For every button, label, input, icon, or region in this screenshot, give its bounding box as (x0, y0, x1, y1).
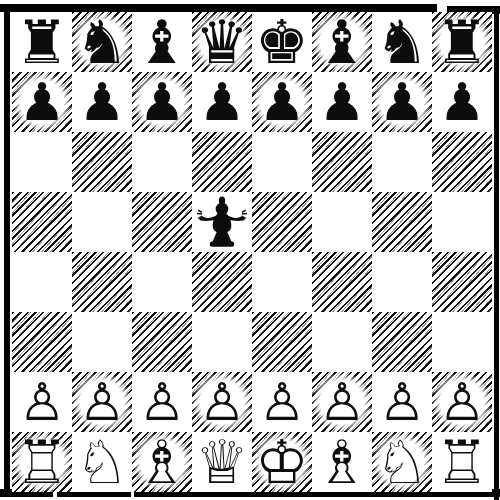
square-f3[interactable] (312, 312, 372, 372)
square-c3[interactable] (132, 312, 192, 372)
square-e1[interactable]: ♔ (252, 432, 312, 492)
square-h5[interactable] (432, 192, 492, 252)
black-knight: ♞ (72, 12, 132, 72)
white-king: ♔ (252, 432, 312, 492)
black-rook: ♜ (12, 12, 72, 72)
square-b8[interactable]: ♞ (72, 12, 132, 72)
black-bishop: ♝ (132, 12, 192, 72)
frame-left-bar (4, 6, 10, 490)
square-b1[interactable]: ♘ (72, 432, 132, 492)
square-g5[interactable] (372, 192, 432, 252)
square-a2[interactable]: ♙ (12, 372, 72, 432)
chess-board: ♜♞♝♛♚♝♞♜♟♟♟♟♟♟♟♟♙♙♙♙♙♙♙♙♖♘♗♕♔♗♘♖ (12, 12, 492, 492)
square-f8[interactable]: ♝ (312, 12, 372, 72)
pawn-with-arms-icon (194, 194, 250, 250)
white-pawn: ♙ (432, 372, 492, 432)
square-b4[interactable] (72, 252, 132, 312)
square-a1[interactable]: ♖ (12, 432, 72, 492)
square-f7[interactable]: ♟ (312, 72, 372, 132)
square-b7[interactable]: ♟ (72, 72, 132, 132)
square-a6[interactable] (12, 132, 72, 192)
white-knight: ♘ (372, 432, 432, 492)
square-c4[interactable] (132, 252, 192, 312)
white-queen: ♕ (192, 432, 252, 492)
square-h6[interactable] (432, 132, 492, 192)
square-h7[interactable]: ♟ (432, 72, 492, 132)
square-d4[interactable] (192, 252, 252, 312)
square-g2[interactable]: ♙ (372, 372, 432, 432)
square-a3[interactable] (12, 312, 72, 372)
black-pawn: ♟ (72, 72, 132, 132)
square-b2[interactable]: ♙ (72, 372, 132, 432)
square-f5[interactable] (312, 192, 372, 252)
black-pawn: ♟ (252, 72, 312, 132)
square-d1[interactable]: ♕ (192, 432, 252, 492)
white-pawn: ♙ (312, 372, 372, 432)
white-pawn: ♙ (192, 372, 252, 432)
square-f1[interactable]: ♗ (312, 432, 372, 492)
square-c5[interactable] (132, 192, 192, 252)
square-c1[interactable]: ♗ (132, 432, 192, 492)
square-a7[interactable]: ♟ (12, 72, 72, 132)
square-g3[interactable] (372, 312, 432, 372)
hand-drawn-chess-diagram: ♜♞♝♛♚♝♞♜♟♟♟♟♟♟♟♟♙♙♙♙♙♙♙♙♖♘♗♕♔♗♘♖ (0, 0, 500, 500)
square-b5[interactable] (72, 192, 132, 252)
black-pawn-figure (192, 192, 252, 252)
square-d7[interactable]: ♟ (192, 72, 252, 132)
square-c7[interactable]: ♟ (132, 72, 192, 132)
square-a8[interactable]: ♜ (12, 12, 72, 72)
square-h4[interactable] (432, 252, 492, 312)
black-pawn: ♟ (312, 72, 372, 132)
square-e6[interactable] (252, 132, 312, 192)
white-rook: ♖ (432, 432, 492, 492)
white-pawn: ♙ (372, 372, 432, 432)
square-b3[interactable] (72, 312, 132, 372)
square-h2[interactable]: ♙ (432, 372, 492, 432)
square-f6[interactable] (312, 132, 372, 192)
square-c2[interactable]: ♙ (132, 372, 192, 432)
square-g8[interactable]: ♞ (372, 12, 432, 72)
black-pawn: ♟ (192, 72, 252, 132)
white-bishop: ♗ (312, 432, 372, 492)
square-e5[interactable] (252, 192, 312, 252)
square-g7[interactable]: ♟ (372, 72, 432, 132)
square-f4[interactable] (312, 252, 372, 312)
square-e2[interactable]: ♙ (252, 372, 312, 432)
square-a4[interactable] (12, 252, 72, 312)
square-h1[interactable]: ♖ (432, 432, 492, 492)
square-b6[interactable] (72, 132, 132, 192)
square-e7[interactable]: ♟ (252, 72, 312, 132)
square-d2[interactable]: ♙ (192, 372, 252, 432)
black-queen: ♛ (192, 12, 252, 72)
black-bishop: ♝ (312, 12, 372, 72)
white-rook: ♖ (12, 432, 72, 492)
square-e4[interactable] (252, 252, 312, 312)
square-h3[interactable] (432, 312, 492, 372)
black-pawn: ♟ (432, 72, 492, 132)
square-e8[interactable]: ♚ (252, 12, 312, 72)
square-a5[interactable] (12, 192, 72, 252)
square-g1[interactable]: ♘ (372, 432, 432, 492)
square-g4[interactable] (372, 252, 432, 312)
black-knight: ♞ (372, 12, 432, 72)
black-rook: ♜ (432, 12, 492, 72)
white-bishop: ♗ (132, 432, 192, 492)
square-e3[interactable] (252, 312, 312, 372)
black-pawn: ♟ (132, 72, 192, 132)
square-h8[interactable]: ♜ (432, 12, 492, 72)
frame-right-bar (494, 12, 499, 500)
white-pawn: ♙ (12, 372, 72, 432)
white-pawn: ♙ (72, 372, 132, 432)
square-f2[interactable]: ♙ (312, 372, 372, 432)
square-g6[interactable] (372, 132, 432, 192)
square-d6[interactable] (192, 132, 252, 192)
black-pawn: ♟ (372, 72, 432, 132)
square-d8[interactable]: ♛ (192, 12, 252, 72)
white-pawn: ♙ (252, 372, 312, 432)
white-pawn: ♙ (132, 372, 192, 432)
square-d5[interactable] (192, 192, 252, 252)
square-d3[interactable] (192, 312, 252, 372)
square-c6[interactable] (132, 132, 192, 192)
square-c8[interactable]: ♝ (132, 12, 192, 72)
black-king: ♚ (252, 12, 312, 72)
white-knight: ♘ (72, 432, 132, 492)
black-pawn: ♟ (12, 72, 72, 132)
